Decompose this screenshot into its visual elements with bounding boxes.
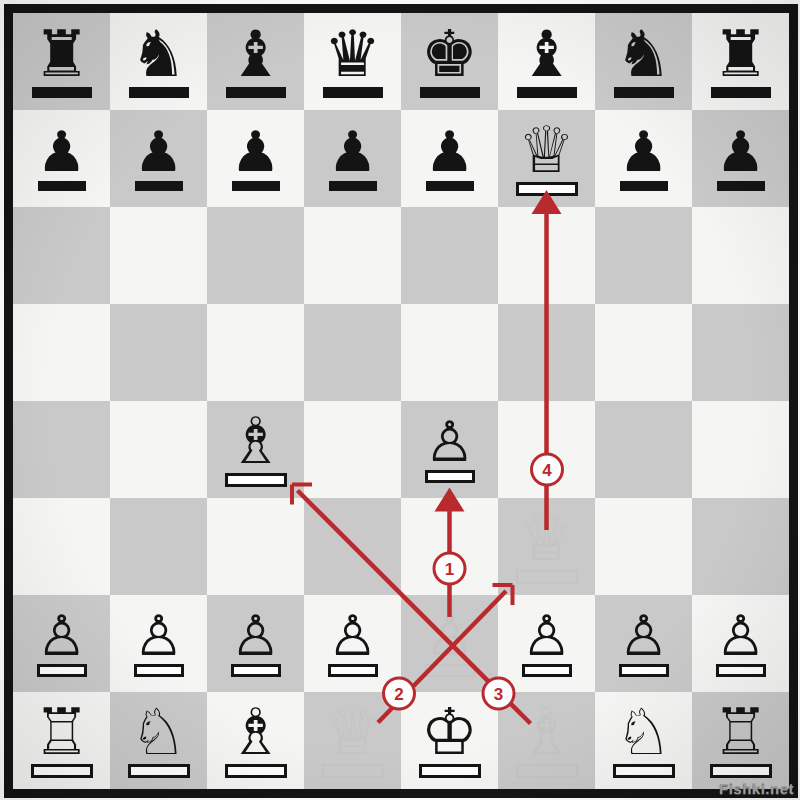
square-e8[interactable]: ♚ — [401, 13, 498, 110]
piece-base-bar — [613, 764, 675, 778]
square-a7[interactable]: ♟ — [13, 110, 110, 207]
piece-white-knight-b1[interactable]: ♘ — [110, 692, 207, 789]
piece-base-bar — [128, 764, 190, 778]
square-e3[interactable] — [401, 498, 498, 595]
black-pawn-icon: ♟ — [424, 126, 474, 178]
square-f3[interactable]: ♕ — [498, 498, 595, 595]
square-e4[interactable]: ♙ — [401, 401, 498, 498]
white-bishop-icon: ♗ — [518, 703, 575, 762]
square-g2[interactable]: ♙ — [595, 595, 692, 692]
square-h5[interactable] — [692, 304, 789, 401]
square-f5[interactable] — [498, 304, 595, 401]
piece-white-pawn-f2[interactable]: ♙ — [498, 595, 595, 692]
piece-base-bar — [419, 764, 481, 778]
square-b4[interactable] — [110, 401, 207, 498]
white-queen-icon: ♕ — [518, 121, 575, 180]
square-f7[interactable]: ♕ — [498, 110, 595, 207]
square-g7[interactable]: ♟ — [595, 110, 692, 207]
piece-base-bar — [516, 182, 578, 196]
white-bishop-icon: ♗ — [227, 703, 284, 762]
piece-black-rook-a8[interactable]: ♜ — [13, 13, 110, 110]
square-b5[interactable] — [110, 304, 207, 401]
piece-black-bishop-c8[interactable]: ♝ — [207, 13, 304, 110]
piece-white-pawn-c2[interactable]: ♙ — [207, 595, 304, 692]
piece-base-bar — [328, 664, 378, 677]
piece-base-bar — [425, 664, 475, 677]
chess-diagram: ♜♞♝♛♚♝♞♜♟♟♟♟♟♕♟♟♗♙♕♙♙♙♙♙♙♙♙♖♘♗♕♔♗♘♖ 1234… — [0, 0, 800, 800]
white-queen-icon: ♕ — [518, 509, 575, 568]
piece-white-king-e1[interactable]: ♔ — [401, 692, 498, 789]
square-b6[interactable] — [110, 207, 207, 304]
square-a3[interactable] — [13, 498, 110, 595]
square-a2[interactable]: ♙ — [13, 595, 110, 692]
black-rook-icon: ♜ — [33, 25, 90, 84]
square-b7[interactable]: ♟ — [110, 110, 207, 207]
square-c3[interactable] — [207, 498, 304, 595]
piece-white-rook-h1[interactable]: ♖ — [692, 692, 789, 789]
piece-base-bar — [232, 181, 280, 191]
piece-white-rook-a1[interactable]: ♖ — [13, 692, 110, 789]
piece-white-pawn-h2[interactable]: ♙ — [692, 595, 789, 692]
piece-white-bishop-c4[interactable]: ♗ — [207, 401, 304, 498]
black-bishop-icon: ♝ — [518, 25, 575, 84]
piece-base-bar — [329, 181, 377, 191]
square-a8[interactable]: ♜ — [13, 13, 110, 110]
square-g4[interactable] — [595, 401, 692, 498]
black-pawn-icon: ♟ — [133, 126, 183, 178]
piece-base-bar — [620, 181, 668, 191]
black-pawn-icon: ♟ — [230, 126, 280, 178]
piece-base-bar — [31, 764, 93, 778]
piece-base-bar — [226, 87, 286, 98]
piece-black-pawn-d7[interactable]: ♟ — [304, 110, 401, 207]
white-knight-icon: ♘ — [130, 703, 187, 762]
chess-board: ♜♞♝♛♚♝♞♜♟♟♟♟♟♕♟♟♗♙♕♙♙♙♙♙♙♙♙♖♘♗♕♔♗♘♖ — [4, 4, 798, 798]
square-f4[interactable] — [498, 401, 595, 498]
square-b8[interactable]: ♞ — [110, 13, 207, 110]
square-e1[interactable]: ♔ — [401, 692, 498, 789]
piece-black-rook-h8[interactable]: ♜ — [692, 13, 789, 110]
square-h7[interactable]: ♟ — [692, 110, 789, 207]
piece-white-pawn-g2[interactable]: ♙ — [595, 595, 692, 692]
square-a6[interactable] — [13, 207, 110, 304]
square-c8[interactable]: ♝ — [207, 13, 304, 110]
square-g1[interactable]: ♘ — [595, 692, 692, 789]
piece-base-bar — [522, 664, 572, 677]
piece-base-bar — [426, 181, 474, 191]
black-pawn-icon: ♟ — [327, 126, 377, 178]
square-g8[interactable]: ♞ — [595, 13, 692, 110]
white-pawn-icon: ♙ — [618, 610, 668, 662]
square-f1[interactable]: ♗ — [498, 692, 595, 789]
black-knight-icon: ♞ — [615, 25, 672, 84]
piece-white-queen-d1-ghost: ♕ — [304, 692, 401, 789]
black-knight-icon: ♞ — [130, 25, 187, 84]
white-pawn-icon: ♙ — [327, 610, 377, 662]
square-e7[interactable]: ♟ — [401, 110, 498, 207]
piece-base-bar — [231, 664, 281, 677]
square-d4[interactable] — [304, 401, 401, 498]
piece-base-bar — [716, 664, 766, 677]
piece-black-pawn-h7[interactable]: ♟ — [692, 110, 789, 207]
white-pawn-icon: ♙ — [715, 610, 765, 662]
piece-base-bar — [37, 664, 87, 677]
square-b3[interactable] — [110, 498, 207, 595]
square-d5[interactable] — [304, 304, 401, 401]
black-rook-icon: ♜ — [712, 25, 769, 84]
piece-base-bar — [38, 181, 86, 191]
black-queen-icon: ♛ — [324, 25, 381, 84]
piece-base-bar — [134, 664, 184, 677]
square-c6[interactable] — [207, 207, 304, 304]
piece-black-bishop-f8[interactable]: ♝ — [498, 13, 595, 110]
white-queen-icon: ♕ — [324, 703, 381, 762]
square-a4[interactable] — [13, 401, 110, 498]
watermark-text: Fishki.net — [719, 780, 794, 797]
piece-base-bar — [517, 87, 577, 98]
white-pawn-icon: ♙ — [521, 610, 571, 662]
piece-base-bar — [135, 181, 183, 191]
white-pawn-icon: ♙ — [230, 610, 280, 662]
square-d2[interactable]: ♙ — [304, 595, 401, 692]
piece-base-bar — [420, 87, 480, 98]
piece-base-bar — [129, 87, 189, 98]
white-rook-icon: ♖ — [33, 703, 90, 762]
piece-base-bar — [225, 764, 287, 778]
white-pawn-icon: ♙ — [133, 610, 183, 662]
piece-base-bar — [717, 181, 765, 191]
piece-black-knight-b8[interactable]: ♞ — [110, 13, 207, 110]
piece-base-bar — [322, 764, 384, 778]
white-rook-icon: ♖ — [712, 703, 769, 762]
piece-white-bishop-f1-ghost: ♗ — [498, 692, 595, 789]
piece-base-bar — [710, 764, 772, 778]
square-d6[interactable] — [304, 207, 401, 304]
piece-white-bishop-c1[interactable]: ♗ — [207, 692, 304, 789]
square-h3[interactable] — [692, 498, 789, 595]
square-d8[interactable]: ♛ — [304, 13, 401, 110]
piece-black-pawn-a7[interactable]: ♟ — [13, 110, 110, 207]
square-h1[interactable]: ♖ — [692, 692, 789, 789]
piece-black-queen-d8[interactable]: ♛ — [304, 13, 401, 110]
black-pawn-icon: ♟ — [618, 126, 668, 178]
square-b2[interactable]: ♙ — [110, 595, 207, 692]
piece-white-queen-f7[interactable]: ♕ — [498, 110, 595, 207]
piece-base-bar — [225, 473, 287, 487]
square-g5[interactable] — [595, 304, 692, 401]
white-pawn-icon: ♙ — [424, 416, 474, 468]
piece-base-bar — [614, 87, 674, 98]
square-h6[interactable] — [692, 207, 789, 304]
piece-base-bar — [32, 87, 92, 98]
square-f6[interactable] — [498, 207, 595, 304]
piece-black-pawn-b7[interactable]: ♟ — [110, 110, 207, 207]
black-king-icon: ♚ — [421, 25, 478, 84]
piece-white-pawn-a2[interactable]: ♙ — [13, 595, 110, 692]
square-a5[interactable] — [13, 304, 110, 401]
piece-base-bar — [516, 764, 578, 778]
square-f8[interactable]: ♝ — [498, 13, 595, 110]
square-e5[interactable] — [401, 304, 498, 401]
piece-white-pawn-e2-ghost: ♙ — [401, 595, 498, 692]
piece-base-bar — [711, 87, 771, 98]
piece-white-pawn-e4[interactable]: ♙ — [401, 401, 498, 498]
square-d3[interactable] — [304, 498, 401, 595]
square-g6[interactable] — [595, 207, 692, 304]
black-bishop-icon: ♝ — [227, 25, 284, 84]
piece-black-pawn-e7[interactable]: ♟ — [401, 110, 498, 207]
square-h8[interactable]: ♜ — [692, 13, 789, 110]
square-c5[interactable] — [207, 304, 304, 401]
white-pawn-icon: ♙ — [424, 610, 474, 662]
piece-black-pawn-c7[interactable]: ♟ — [207, 110, 304, 207]
piece-base-bar — [516, 570, 578, 584]
square-e2[interactable]: ♙ — [401, 595, 498, 692]
square-a1[interactable]: ♖ — [13, 692, 110, 789]
piece-black-pawn-g7[interactable]: ♟ — [595, 110, 692, 207]
piece-base-bar — [619, 664, 669, 677]
square-c1[interactable]: ♗ — [207, 692, 304, 789]
square-h4[interactable] — [692, 401, 789, 498]
square-d1[interactable]: ♕ — [304, 692, 401, 789]
white-knight-icon: ♘ — [615, 703, 672, 762]
piece-white-pawn-d2[interactable]: ♙ — [304, 595, 401, 692]
black-pawn-icon: ♟ — [715, 126, 765, 178]
white-king-icon: ♔ — [421, 703, 478, 762]
square-c2[interactable]: ♙ — [207, 595, 304, 692]
square-c7[interactable]: ♟ — [207, 110, 304, 207]
square-e6[interactable] — [401, 207, 498, 304]
white-pawn-icon: ♙ — [36, 610, 86, 662]
square-g3[interactable] — [595, 498, 692, 595]
square-c4[interactable]: ♗ — [207, 401, 304, 498]
piece-black-knight-g8[interactable]: ♞ — [595, 13, 692, 110]
square-f2[interactable]: ♙ — [498, 595, 595, 692]
square-b1[interactable]: ♘ — [110, 692, 207, 789]
piece-base-bar — [323, 87, 383, 98]
piece-black-king-e8[interactable]: ♚ — [401, 13, 498, 110]
black-pawn-icon: ♟ — [36, 126, 86, 178]
white-bishop-icon: ♗ — [227, 412, 284, 471]
square-d7[interactable]: ♟ — [304, 110, 401, 207]
piece-base-bar — [425, 470, 475, 483]
piece-white-queen-f3-ghost: ♕ — [498, 498, 595, 595]
square-h2[interactable]: ♙ — [692, 595, 789, 692]
piece-white-pawn-b2[interactable]: ♙ — [110, 595, 207, 692]
piece-white-knight-g1[interactable]: ♘ — [595, 692, 692, 789]
